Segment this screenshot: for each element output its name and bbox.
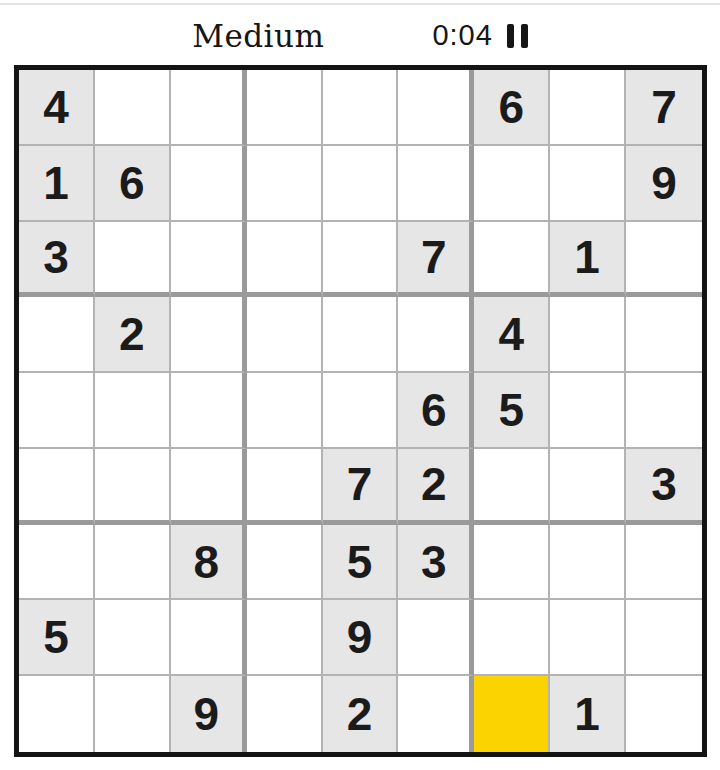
- cell-r6c1[interactable]: [19, 449, 95, 525]
- cell-r4c3[interactable]: [171, 297, 247, 373]
- cell-r8c1[interactable]: 5: [19, 600, 95, 676]
- cell-r1c1[interactable]: 4: [19, 70, 95, 146]
- cell-r9c5[interactable]: 2: [323, 676, 399, 752]
- cell-r5c7[interactable]: 5: [474, 373, 550, 449]
- cell-r4c5[interactable]: [323, 297, 399, 373]
- cell-r9c8[interactable]: 1: [550, 676, 626, 752]
- cell-r5c3[interactable]: [171, 373, 247, 449]
- cell-r6c2[interactable]: [95, 449, 171, 525]
- cell-r1c8[interactable]: [550, 70, 626, 146]
- cell-r1c7[interactable]: 6: [474, 70, 550, 146]
- cell-r9c3[interactable]: 9: [171, 676, 247, 752]
- cell-r2c5[interactable]: [323, 146, 399, 222]
- cell-r3c9[interactable]: [626, 222, 702, 298]
- cell-r7c5[interactable]: 5: [323, 525, 399, 601]
- cell-r5c6[interactable]: 6: [398, 373, 474, 449]
- cell-r8c4[interactable]: [247, 600, 323, 676]
- cell-r7c3[interactable]: 8: [171, 525, 247, 601]
- cell-r7c1[interactable]: [19, 525, 95, 601]
- cell-r8c6[interactable]: [398, 600, 474, 676]
- cell-r3c4[interactable]: [247, 222, 323, 298]
- cell-r7c4[interactable]: [247, 525, 323, 601]
- cell-r4c6[interactable]: [398, 297, 474, 373]
- pause-button[interactable]: [507, 24, 528, 48]
- cell-r6c9[interactable]: 3: [626, 449, 702, 525]
- cell-r5c8[interactable]: [550, 373, 626, 449]
- cell-r8c2[interactable]: [95, 600, 171, 676]
- cell-r1c6[interactable]: [398, 70, 474, 146]
- cell-r4c9[interactable]: [626, 297, 702, 373]
- timer: 0:04: [432, 19, 492, 52]
- cell-r9c6[interactable]: [398, 676, 474, 752]
- cell-r6c6[interactable]: 2: [398, 449, 474, 525]
- cell-r1c9[interactable]: 7: [626, 70, 702, 146]
- cell-r2c1[interactable]: 1: [19, 146, 95, 222]
- top-divider: [0, 3, 720, 5]
- cell-r1c4[interactable]: [247, 70, 323, 146]
- cell-r8c3[interactable]: [171, 600, 247, 676]
- cell-r3c3[interactable]: [171, 222, 247, 298]
- cell-r5c4[interactable]: [247, 373, 323, 449]
- cell-r8c9[interactable]: [626, 600, 702, 676]
- cell-r5c9[interactable]: [626, 373, 702, 449]
- pause-icon: [507, 24, 514, 48]
- cell-r4c8[interactable]: [550, 297, 626, 373]
- cell-r2c8[interactable]: [550, 146, 626, 222]
- cell-r9c7[interactable]: [474, 676, 550, 752]
- sudoku-board: 467169371246572385359921: [14, 65, 707, 757]
- cell-r3c2[interactable]: [95, 222, 171, 298]
- cell-r7c9[interactable]: [626, 525, 702, 601]
- cell-r1c3[interactable]: [171, 70, 247, 146]
- header: Medium 0:04: [0, 0, 720, 65]
- cell-r9c1[interactable]: [19, 676, 95, 752]
- cell-r5c5[interactable]: [323, 373, 399, 449]
- cell-r7c7[interactable]: [474, 525, 550, 601]
- cell-r5c2[interactable]: [95, 373, 171, 449]
- cell-r6c4[interactable]: [247, 449, 323, 525]
- cell-r2c4[interactable]: [247, 146, 323, 222]
- cell-r4c4[interactable]: [247, 297, 323, 373]
- cell-r6c8[interactable]: [550, 449, 626, 525]
- cell-r2c6[interactable]: [398, 146, 474, 222]
- cell-r7c6[interactable]: 3: [398, 525, 474, 601]
- cell-r1c2[interactable]: [95, 70, 171, 146]
- cell-r4c2[interactable]: 2: [95, 297, 171, 373]
- cell-r6c7[interactable]: [474, 449, 550, 525]
- cell-r8c5[interactable]: 9: [323, 600, 399, 676]
- pause-icon: [521, 24, 528, 48]
- cell-r6c5[interactable]: 7: [323, 449, 399, 525]
- cell-r2c7[interactable]: [474, 146, 550, 222]
- cell-r3c5[interactable]: [323, 222, 399, 298]
- cell-r3c8[interactable]: 1: [550, 222, 626, 298]
- cell-r3c7[interactable]: [474, 222, 550, 298]
- cell-r9c4[interactable]: [247, 676, 323, 752]
- difficulty-label: Medium: [192, 18, 324, 54]
- cell-r7c8[interactable]: [550, 525, 626, 601]
- cell-r2c9[interactable]: 9: [626, 146, 702, 222]
- cell-r4c1[interactable]: [19, 297, 95, 373]
- cell-r7c2[interactable]: [95, 525, 171, 601]
- cell-r8c7[interactable]: [474, 600, 550, 676]
- cell-r5c1[interactable]: [19, 373, 95, 449]
- cell-r4c7[interactable]: 4: [474, 297, 550, 373]
- cell-r9c2[interactable]: [95, 676, 171, 752]
- cell-r2c2[interactable]: 6: [95, 146, 171, 222]
- cell-r3c1[interactable]: 3: [19, 222, 95, 298]
- cell-r1c5[interactable]: [323, 70, 399, 146]
- cell-r3c6[interactable]: 7: [398, 222, 474, 298]
- cell-r2c3[interactable]: [171, 146, 247, 222]
- cell-r9c9[interactable]: [626, 676, 702, 752]
- cell-r8c8[interactable]: [550, 600, 626, 676]
- timer-group: 0:04: [432, 19, 527, 52]
- cell-r6c3[interactable]: [171, 449, 247, 525]
